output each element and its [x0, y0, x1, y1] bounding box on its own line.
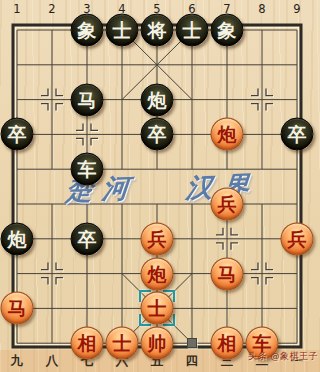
- watermark: 头条 @象棋王子: [248, 350, 318, 363]
- piece-red-elephant[interactable]: 相: [71, 327, 104, 360]
- piece-red-pawn[interactable]: 兵: [281, 222, 314, 255]
- piece-black-elephant[interactable]: 象: [71, 14, 104, 47]
- pieces-layer: 象士将士象马炮卒卒炮卒车兵炮卒兵兵炮马马士相士帅相车: [0, 0, 320, 372]
- piece-red-pawn[interactable]: 兵: [211, 188, 244, 221]
- piece-red-horse[interactable]: 马: [1, 292, 34, 325]
- piece-red-cannon[interactable]: 炮: [141, 257, 174, 290]
- piece-black-pawn[interactable]: 卒: [71, 222, 104, 255]
- piece-red-cannon[interactable]: 炮: [211, 118, 244, 151]
- piece-black-advisor[interactable]: 士: [176, 14, 209, 47]
- piece-black-cannon[interactable]: 炮: [141, 83, 174, 116]
- piece-black-pawn[interactable]: 卒: [141, 118, 174, 151]
- piece-red-pawn[interactable]: 兵: [141, 222, 174, 255]
- piece-red-elephant[interactable]: 相: [211, 327, 244, 360]
- piece-black-cannon[interactable]: 炮: [1, 222, 34, 255]
- xiangqi-app: 123456789 九八七六五四三二一 楚河 汉界 象士将士象马炮卒卒炮卒车兵炮…: [0, 0, 320, 372]
- piece-black-horse[interactable]: 马: [71, 83, 104, 116]
- piece-red-general[interactable]: 帅: [141, 327, 174, 360]
- piece-black-elephant[interactable]: 象: [211, 14, 244, 47]
- piece-black-pawn[interactable]: 卒: [281, 118, 314, 151]
- piece-black-chariot[interactable]: 车: [71, 153, 104, 186]
- piece-black-pawn[interactable]: 卒: [1, 118, 34, 151]
- piece-black-advisor[interactable]: 士: [106, 14, 139, 47]
- piece-black-general[interactable]: 将: [141, 14, 174, 47]
- piece-red-advisor[interactable]: 士: [141, 292, 174, 325]
- piece-red-advisor[interactable]: 士: [106, 327, 139, 360]
- piece-red-horse[interactable]: 马: [211, 257, 244, 290]
